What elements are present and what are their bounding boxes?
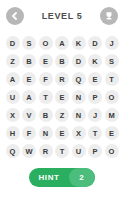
grid-cell-r6c4[interactable]: E <box>55 126 69 140</box>
grid-cell-r1c1[interactable]: D <box>6 36 20 50</box>
grid-cell-r5c6[interactable]: J <box>88 108 102 122</box>
grid-cell-r7c3[interactable]: R <box>39 144 53 158</box>
grid-cell-r5c4[interactable]: Z <box>55 108 69 122</box>
grid-cell-r1c3[interactable]: O <box>39 36 53 50</box>
grid-cell-r6c2[interactable]: F <box>22 126 36 140</box>
grid-cell-r1c5[interactable]: K <box>72 36 86 50</box>
hint-count-badge: 2 <box>69 168 95 187</box>
grid-cell-r3c3[interactable]: F <box>39 72 53 86</box>
grid-cell-r5c2[interactable]: V <box>22 108 36 122</box>
hint-row: HINT 2 <box>0 168 124 187</box>
hint-button[interactable]: HINT 2 <box>29 168 94 187</box>
grid-cell-r2c3[interactable]: E <box>39 54 53 68</box>
hint-label: HINT <box>29 168 68 187</box>
grid-cell-r6c5[interactable]: X <box>72 126 86 140</box>
grid-cell-r5c7[interactable]: M <box>105 108 119 122</box>
grid-cell-r4c7[interactable]: O <box>105 90 119 104</box>
grid-cell-r6c1[interactable]: H <box>6 126 20 140</box>
grid-cell-r2c7[interactable]: S <box>105 54 119 68</box>
level-title: LEVEL 5 <box>42 11 83 21</box>
letter-grid: DSOAKDJZBEBDKSAEFRQETUATENPOXVBZNJMHFNEX… <box>0 36 124 158</box>
back-button[interactable] <box>6 7 24 25</box>
grid-cell-r3c5[interactable]: Q <box>72 72 86 86</box>
grid-cell-r1c7[interactable]: J <box>105 36 119 50</box>
grid-cell-r7c1[interactable]: Q <box>6 144 20 158</box>
grid-cell-r6c3[interactable]: N <box>39 126 53 140</box>
grid-cell-r2c4[interactable]: B <box>55 54 69 68</box>
grid-cell-r5c1[interactable]: X <box>6 108 20 122</box>
grid-cell-r3c1[interactable]: A <box>6 72 20 86</box>
grid-cell-r3c2[interactable]: E <box>22 72 36 86</box>
grid-cell-r3c7[interactable]: T <box>105 72 119 86</box>
grid-cell-r4c2[interactable]: A <box>22 90 36 104</box>
grid-cell-r3c6[interactable]: E <box>88 72 102 86</box>
grid-cell-r5c5[interactable]: N <box>72 108 86 122</box>
grid-cell-r6c6[interactable]: T <box>88 126 102 140</box>
grid-cell-r1c4[interactable]: A <box>55 36 69 50</box>
grid-cell-r7c2[interactable]: W <box>22 144 36 158</box>
grid-cell-r6c7[interactable]: E <box>105 126 119 140</box>
grid-cell-r4c5[interactable]: N <box>72 90 86 104</box>
grid-cell-r4c3[interactable]: T <box>39 90 53 104</box>
grid-cell-r1c2[interactable]: S <box>22 36 36 50</box>
grid-cell-r5c3[interactable]: B <box>39 108 53 122</box>
grid-cell-r7c6[interactable]: P <box>88 144 102 158</box>
header: LEVEL 5 <box>0 0 124 27</box>
trophy-button[interactable] <box>100 7 118 25</box>
grid-cell-r2c5[interactable]: D <box>72 54 86 68</box>
grid-cell-r4c4[interactable]: E <box>55 90 69 104</box>
chevron-left-icon <box>10 11 20 21</box>
grid-cell-r4c6[interactable]: P <box>88 90 102 104</box>
grid-cell-r2c2[interactable]: B <box>22 54 36 68</box>
grid-cell-r3c4[interactable]: R <box>55 72 69 86</box>
trophy-icon <box>104 11 114 21</box>
grid-cell-r2c1[interactable]: Z <box>6 54 20 68</box>
grid-cell-r7c4[interactable]: T <box>55 144 69 158</box>
grid-cell-r7c5[interactable]: U <box>72 144 86 158</box>
grid-cell-r1c6[interactable]: D <box>88 36 102 50</box>
grid-cell-r2c6[interactable]: K <box>88 54 102 68</box>
grid-cell-r7c7[interactable]: O <box>105 144 119 158</box>
grid-cell-r4c1[interactable]: U <box>6 90 20 104</box>
